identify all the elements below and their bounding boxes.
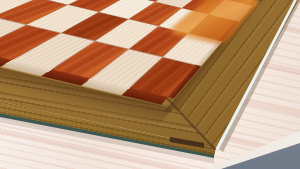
- chessboard-photo-scene: [0, 0, 300, 169]
